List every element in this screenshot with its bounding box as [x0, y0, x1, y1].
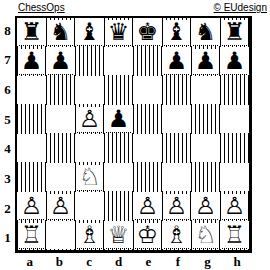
- square-a8[interactable]: ♜: [17, 18, 46, 47]
- rank-label-1: 1: [0, 223, 15, 253]
- square-e3[interactable]: [133, 163, 162, 192]
- piece-wK: ♔: [135, 223, 160, 249]
- header: ChessOps © EUdesign: [0, 1, 270, 15]
- piece-wP: ♙: [19, 194, 44, 220]
- square-b3[interactable]: [46, 163, 75, 192]
- piece-bK: ♚: [135, 20, 160, 46]
- square-e5[interactable]: [133, 105, 162, 134]
- square-f8[interactable]: ♝: [162, 18, 191, 47]
- square-c1[interactable]: ♗: [75, 221, 104, 250]
- square-e4[interactable]: [133, 134, 162, 163]
- piece-wB: ♗: [164, 223, 189, 249]
- square-f1[interactable]: ♗: [162, 221, 191, 250]
- square-g6[interactable]: [191, 76, 220, 105]
- rank-labels: 87654321: [0, 16, 15, 253]
- file-label-g: g: [193, 254, 223, 270]
- square-g8[interactable]: ♞: [191, 18, 220, 47]
- rank-label-8: 8: [0, 16, 15, 46]
- square-h7[interactable]: ♟: [220, 47, 249, 76]
- square-h4[interactable]: [220, 134, 249, 163]
- square-h2[interactable]: ♙: [220, 192, 249, 221]
- square-f4[interactable]: [162, 134, 191, 163]
- square-b1[interactable]: [46, 221, 75, 250]
- square-h5[interactable]: [220, 105, 249, 134]
- square-d7[interactable]: [104, 47, 133, 76]
- square-b8[interactable]: ♞: [46, 18, 75, 47]
- square-a1[interactable]: ♖: [17, 221, 46, 250]
- rank-label-5: 5: [0, 105, 15, 135]
- piece-wP: ♙: [164, 194, 189, 220]
- square-e6[interactable]: [133, 76, 162, 105]
- square-d3[interactable]: [104, 163, 133, 192]
- square-h6[interactable]: [220, 76, 249, 105]
- square-d1[interactable]: ♕: [104, 221, 133, 250]
- chessops-link[interactable]: ChessOps: [18, 2, 65, 13]
- piece-wP: ♙: [48, 194, 73, 220]
- square-h3[interactable]: [220, 163, 249, 192]
- square-g4[interactable]: [191, 134, 220, 163]
- square-f5[interactable]: [162, 105, 191, 134]
- file-label-b: b: [45, 254, 75, 270]
- piece-bP: ♟: [222, 49, 247, 75]
- piece-wR: ♖: [222, 223, 247, 249]
- piece-wB: ♗: [77, 223, 102, 249]
- square-h8[interactable]: ♜: [220, 18, 249, 47]
- file-label-h: h: [222, 254, 252, 270]
- piece-bN: ♞: [48, 20, 73, 46]
- square-a7[interactable]: ♟: [17, 47, 46, 76]
- piece-wP: ♙: [135, 194, 160, 220]
- square-c6[interactable]: [75, 76, 104, 105]
- piece-wN: ♘: [77, 165, 102, 191]
- piece-wN: ♘: [193, 223, 218, 249]
- piece-bR: ♜: [19, 20, 44, 46]
- square-b7[interactable]: ♟: [46, 47, 75, 76]
- square-g5[interactable]: [191, 105, 220, 134]
- square-a5[interactable]: [17, 105, 46, 134]
- piece-wQ: ♕: [106, 223, 131, 249]
- piece-bQ: ♛: [106, 20, 131, 46]
- rank-label-6: 6: [0, 75, 15, 105]
- board: ♜♞♝♛♚♝♞♜♟♟♟♟♟♙♟♘♙♙♙♙♙♙♖♗♕♔♗♘♖: [15, 16, 252, 253]
- piece-wR: ♖: [19, 223, 44, 249]
- file-label-a: a: [15, 254, 45, 270]
- piece-bP: ♟: [164, 49, 189, 75]
- square-h1[interactable]: ♖: [220, 221, 249, 250]
- square-c2[interactable]: [75, 192, 104, 221]
- piece-bB: ♝: [77, 20, 102, 46]
- square-f7[interactable]: ♟: [162, 47, 191, 76]
- square-c7[interactable]: [75, 47, 104, 76]
- square-b5[interactable]: [46, 105, 75, 134]
- square-g1[interactable]: ♘: [191, 221, 220, 250]
- square-a6[interactable]: [17, 76, 46, 105]
- square-a4[interactable]: [17, 134, 46, 163]
- file-label-c: c: [74, 254, 104, 270]
- file-label-d: d: [104, 254, 134, 270]
- piece-bR: ♜: [222, 20, 247, 46]
- square-b2[interactable]: ♙: [46, 192, 75, 221]
- square-b6[interactable]: [46, 76, 75, 105]
- piece-bP: ♟: [19, 49, 44, 75]
- square-g7[interactable]: ♟: [191, 47, 220, 76]
- piece-bP: ♟: [48, 49, 73, 75]
- square-b4[interactable]: [46, 134, 75, 163]
- piece-wP: ♙: [77, 107, 102, 133]
- square-g2[interactable]: ♙: [191, 192, 220, 221]
- square-a2[interactable]: ♙: [17, 192, 46, 221]
- square-c3[interactable]: ♘: [75, 163, 104, 192]
- square-d5[interactable]: ♟: [104, 105, 133, 134]
- file-labels: abcdefgh: [15, 254, 252, 269]
- rank-label-4: 4: [0, 135, 15, 165]
- piece-bP: ♟: [193, 49, 218, 75]
- rank-label-7: 7: [0, 46, 15, 76]
- square-f3[interactable]: [162, 163, 191, 192]
- square-e7[interactable]: [133, 47, 162, 76]
- rank-label-2: 2: [0, 194, 15, 224]
- square-a3[interactable]: [17, 163, 46, 192]
- square-c4[interactable]: [75, 134, 104, 163]
- eudesign-credit-link[interactable]: © EUdesign: [213, 2, 267, 13]
- rank-label-3: 3: [0, 164, 15, 194]
- square-e1[interactable]: ♔: [133, 221, 162, 250]
- square-c8[interactable]: ♝: [75, 18, 104, 47]
- square-d2[interactable]: [104, 192, 133, 221]
- piece-bN: ♞: [193, 20, 218, 46]
- square-d6[interactable]: [104, 76, 133, 105]
- square-e2[interactable]: ♙: [133, 192, 162, 221]
- square-g3[interactable]: [191, 163, 220, 192]
- square-e8[interactable]: ♚: [133, 18, 162, 47]
- chess-diagram-screen: ChessOps © EUdesign 87654321 ♜♞♝♛♚♝♞♜♟♟♟…: [0, 0, 270, 270]
- square-f2[interactable]: ♙: [162, 192, 191, 221]
- file-label-f: f: [163, 254, 193, 270]
- piece-wP: ♙: [222, 194, 247, 220]
- square-d8[interactable]: ♛: [104, 18, 133, 47]
- piece-bB: ♝: [164, 20, 189, 46]
- piece-wP: ♙: [193, 194, 218, 220]
- file-label-e: e: [134, 254, 164, 270]
- square-f6[interactable]: [162, 76, 191, 105]
- square-c5[interactable]: ♙: [75, 105, 104, 134]
- piece-bP: ♟: [106, 107, 131, 133]
- square-d4[interactable]: [104, 134, 133, 163]
